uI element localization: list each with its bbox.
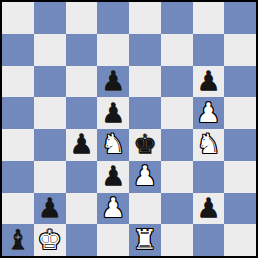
black-pawn-g2: ♟ xyxy=(196,194,220,221)
square-f2[interactable] xyxy=(161,193,193,225)
black-pawn-d6: ♟ xyxy=(101,67,125,94)
white-pawn-g5: ♟ xyxy=(196,99,220,126)
chess-diagram: ♟♟♟♟♟♞♚♞♟♟♟♟♟♝♚♜ xyxy=(0,0,258,258)
square-e2[interactable] xyxy=(129,193,161,225)
square-d3[interactable]: ♟ xyxy=(97,161,129,193)
white-knight-d4: ♞ xyxy=(101,130,125,157)
square-b8[interactable] xyxy=(34,2,66,34)
square-c7[interactable] xyxy=(66,34,98,66)
square-h5[interactable] xyxy=(224,97,256,129)
chess-board: ♟♟♟♟♟♞♚♞♟♟♟♟♟♝♚♜ xyxy=(0,0,258,258)
square-a8[interactable] xyxy=(2,2,34,34)
square-h6[interactable] xyxy=(224,66,256,98)
square-c2[interactable] xyxy=(66,193,98,225)
square-e1[interactable]: ♜ xyxy=(129,224,161,256)
square-c4[interactable]: ♟ xyxy=(66,129,98,161)
square-e7[interactable] xyxy=(129,34,161,66)
square-f1[interactable] xyxy=(161,224,193,256)
square-f8[interactable] xyxy=(161,2,193,34)
square-b1[interactable]: ♚ xyxy=(34,224,66,256)
square-a4[interactable] xyxy=(2,129,34,161)
square-h7[interactable] xyxy=(224,34,256,66)
square-c3[interactable] xyxy=(66,161,98,193)
black-bishop-a1: ♝ xyxy=(6,226,30,253)
square-g1[interactable] xyxy=(193,224,225,256)
square-f3[interactable] xyxy=(161,161,193,193)
square-b2[interactable]: ♟ xyxy=(34,193,66,225)
square-a5[interactable] xyxy=(2,97,34,129)
black-king-e4: ♚ xyxy=(133,130,157,157)
square-c1[interactable] xyxy=(66,224,98,256)
square-d4[interactable]: ♞ xyxy=(97,129,129,161)
white-pawn-d2: ♟ xyxy=(101,194,125,221)
square-f4[interactable] xyxy=(161,129,193,161)
square-d6[interactable]: ♟ xyxy=(97,66,129,98)
square-a3[interactable] xyxy=(2,161,34,193)
square-h4[interactable] xyxy=(224,129,256,161)
square-d7[interactable] xyxy=(97,34,129,66)
square-h1[interactable] xyxy=(224,224,256,256)
square-a1[interactable]: ♝ xyxy=(2,224,34,256)
square-f6[interactable] xyxy=(161,66,193,98)
square-d1[interactable] xyxy=(97,224,129,256)
square-h3[interactable] xyxy=(224,161,256,193)
white-rook-e1: ♜ xyxy=(133,226,157,253)
square-e6[interactable] xyxy=(129,66,161,98)
square-b6[interactable] xyxy=(34,66,66,98)
black-pawn-g6: ♟ xyxy=(196,67,220,94)
square-f5[interactable] xyxy=(161,97,193,129)
square-g4[interactable]: ♞ xyxy=(193,129,225,161)
square-g8[interactable] xyxy=(193,2,225,34)
white-pawn-e3: ♟ xyxy=(133,162,157,189)
square-b7[interactable] xyxy=(34,34,66,66)
square-d8[interactable] xyxy=(97,2,129,34)
square-c5[interactable] xyxy=(66,97,98,129)
black-pawn-d5: ♟ xyxy=(101,99,125,126)
square-b3[interactable] xyxy=(34,161,66,193)
square-f7[interactable] xyxy=(161,34,193,66)
square-c6[interactable] xyxy=(66,66,98,98)
square-b4[interactable] xyxy=(34,129,66,161)
square-d2[interactable]: ♟ xyxy=(97,193,129,225)
square-g6[interactable]: ♟ xyxy=(193,66,225,98)
square-a2[interactable] xyxy=(2,193,34,225)
square-g7[interactable] xyxy=(193,34,225,66)
square-h2[interactable] xyxy=(224,193,256,225)
square-g5[interactable]: ♟ xyxy=(193,97,225,129)
square-d5[interactable]: ♟ xyxy=(97,97,129,129)
square-g2[interactable]: ♟ xyxy=(193,193,225,225)
white-king-b1: ♚ xyxy=(38,226,62,253)
square-e4[interactable]: ♚ xyxy=(129,129,161,161)
square-e8[interactable] xyxy=(129,2,161,34)
square-b5[interactable] xyxy=(34,97,66,129)
square-c8[interactable] xyxy=(66,2,98,34)
black-pawn-b2: ♟ xyxy=(38,194,62,221)
black-pawn-d3: ♟ xyxy=(101,162,125,189)
square-e5[interactable] xyxy=(129,97,161,129)
square-e3[interactable]: ♟ xyxy=(129,161,161,193)
square-a6[interactable] xyxy=(2,66,34,98)
square-g3[interactable] xyxy=(193,161,225,193)
black-pawn-c4: ♟ xyxy=(69,130,93,157)
square-a7[interactable] xyxy=(2,34,34,66)
square-h8[interactable] xyxy=(224,2,256,34)
white-knight-g4: ♞ xyxy=(196,130,220,157)
